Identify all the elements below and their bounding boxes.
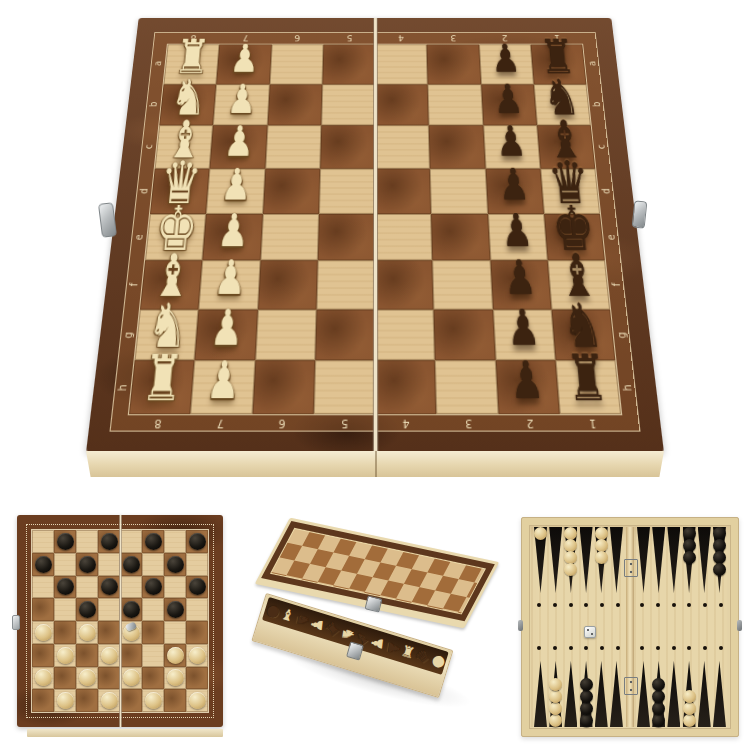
side-latch-icon — [632, 200, 648, 228]
board-base-edge — [27, 729, 223, 737]
black-checker — [189, 533, 206, 550]
checkers-square — [54, 644, 76, 667]
coordinate-label: 6 — [251, 416, 314, 430]
chess-square — [316, 260, 375, 309]
chess-square — [313, 361, 375, 415]
checkers-square — [54, 667, 76, 690]
black-pawn-piece: ♟ — [500, 208, 534, 253]
coordinate-label: 8 — [167, 33, 220, 43]
checkers-square — [164, 689, 186, 712]
black-stone — [652, 690, 665, 703]
checkers-square — [76, 553, 98, 576]
checkers-square — [164, 530, 186, 553]
checkers-square — [142, 553, 164, 576]
chess-square: ♟ — [195, 309, 258, 360]
chess-square: ♟ — [210, 126, 267, 169]
backgammon-point — [549, 647, 562, 727]
die-icon — [584, 626, 596, 638]
chess-square — [260, 214, 319, 261]
cream-checker — [35, 624, 52, 641]
view-checkers — [8, 503, 242, 750]
black-checker — [167, 556, 184, 573]
black-checker — [79, 601, 96, 618]
chess-square: ♟ — [216, 44, 271, 84]
white-pawn-piece: ♟ — [205, 354, 241, 406]
checkers-square — [164, 553, 186, 576]
checkers-board — [17, 515, 223, 727]
checkers-square — [98, 689, 120, 712]
chess-square — [375, 169, 431, 214]
black-checker — [35, 556, 52, 573]
chess-square — [265, 126, 321, 169]
checkers-square — [120, 530, 142, 553]
checkers-square — [54, 576, 76, 599]
checkers-square — [32, 530, 54, 553]
coordinate-label: 6 — [271, 33, 323, 43]
black-pawn-piece: ♟ — [490, 40, 521, 78]
black-checker — [79, 556, 96, 573]
chess-square — [321, 84, 375, 125]
cream-stone — [683, 690, 696, 703]
chess-square — [434, 309, 495, 360]
backgammon-point — [667, 527, 680, 607]
coordinate-label: 3 — [427, 33, 479, 43]
side-latch-icon — [12, 615, 20, 630]
chess-square — [263, 169, 320, 214]
backgammon-point — [652, 647, 665, 727]
checkers-square — [32, 576, 54, 599]
backgammon-point — [652, 527, 665, 607]
cream-checker — [57, 692, 74, 709]
chess-square — [431, 214, 490, 261]
fold-seam — [375, 451, 377, 477]
checkers-square — [76, 576, 98, 599]
black-stone — [652, 678, 665, 691]
chess-square — [375, 260, 434, 309]
chess-square: ♛ — [150, 169, 210, 214]
checkers-square — [164, 644, 186, 667]
cream-checker — [123, 669, 140, 686]
side-latch-icon — [518, 620, 523, 631]
black-stone — [580, 690, 593, 703]
chess-square — [315, 309, 375, 360]
checkers-square — [32, 667, 54, 690]
checkers-square — [32, 598, 54, 621]
black-pawn-piece: ♟ — [506, 303, 541, 353]
black-pawn-piece: ♟ — [503, 254, 538, 301]
chess-square: ♜ — [164, 44, 220, 84]
cream-checker — [101, 647, 118, 664]
chess-square: ♞ — [135, 309, 199, 360]
chess-square: ♟ — [479, 44, 534, 84]
backgammon-point — [534, 647, 547, 727]
chess-square: ♝ — [155, 126, 213, 169]
chess-square: ♟ — [490, 260, 551, 309]
stored-light-checker-icon: ● — [430, 654, 446, 669]
coordinate-label: 1 — [530, 33, 583, 43]
checkers-square — [120, 576, 142, 599]
black-checker — [101, 578, 118, 595]
chess-square: ♟ — [190, 361, 254, 415]
chess-square — [428, 84, 483, 125]
checkers-square — [32, 689, 54, 712]
cream-checker — [167, 669, 184, 686]
side-latch-icon — [737, 620, 742, 631]
checkers-square — [32, 553, 54, 576]
white-pawn-piece: ♟ — [209, 303, 244, 353]
checkers-square — [142, 598, 164, 621]
black-pawn-piece: ♟ — [509, 354, 545, 406]
chess-square: ♚ — [544, 214, 605, 261]
checkers-square — [164, 598, 186, 621]
coordinate-label: 4 — [375, 416, 437, 430]
coordinate-label: 7 — [219, 33, 272, 43]
cream-stone — [549, 690, 562, 703]
checkers-square — [98, 621, 120, 644]
cream-stone — [595, 551, 608, 564]
checkers-square — [98, 667, 120, 690]
checkers-square — [120, 644, 142, 667]
hinge-icon — [624, 677, 638, 695]
chess-square: ♟ — [203, 214, 263, 261]
chess-square — [375, 214, 432, 261]
backgammon-point — [637, 527, 650, 607]
checkers-square — [76, 598, 98, 621]
backgammon-point — [667, 647, 680, 727]
chess-square: ♟ — [485, 169, 544, 214]
white-pawn-piece: ♟ — [213, 254, 248, 301]
chess-square — [375, 126, 430, 169]
chess-square — [255, 309, 316, 360]
checkers-square — [120, 667, 142, 690]
checkers-square — [186, 689, 208, 712]
coordinate-label: 4 — [375, 33, 427, 43]
checkers-square — [142, 644, 164, 667]
black-stone — [580, 714, 593, 727]
checkers-square — [186, 598, 208, 621]
backgammon-point — [564, 527, 577, 607]
chess-square: ♚ — [145, 214, 206, 261]
white-pawn-piece: ♟ — [216, 208, 250, 253]
checkers-square — [76, 621, 98, 644]
checkers-square — [186, 576, 208, 599]
chess-square — [252, 361, 315, 415]
chess-square — [322, 44, 375, 84]
chess-square — [375, 84, 429, 125]
black-stone — [580, 702, 593, 715]
chess-square: ♟ — [206, 169, 265, 214]
chess-board: 87654321 87654321 abcdefgh abcdefgh ♜♟♟♜… — [86, 18, 664, 453]
cream-stone — [534, 527, 547, 540]
chess-square — [375, 309, 435, 360]
chess-square — [318, 214, 375, 261]
checkers-square — [98, 598, 120, 621]
chess-square: ♞ — [534, 84, 591, 125]
chess-square — [427, 44, 481, 84]
black-checker — [123, 556, 140, 573]
chess-square: ♜ — [129, 361, 195, 415]
cream-checker — [189, 692, 206, 709]
cream-stone — [683, 702, 696, 715]
checkers-square — [76, 689, 98, 712]
checkers-square — [142, 530, 164, 553]
center-hinge-strip — [626, 527, 634, 727]
checkers-square — [164, 621, 186, 644]
cream-checker — [189, 647, 206, 664]
chess-square: ♞ — [551, 309, 615, 360]
black-checker — [57, 533, 74, 550]
chess-square: ♝ — [140, 260, 203, 309]
coordinate-label: 5 — [313, 416, 375, 430]
hinge-icon — [624, 559, 638, 577]
chess-square: ♞ — [159, 84, 216, 125]
stored-dark-pawn-icon: ♟ — [384, 640, 401, 656]
cream-stone — [683, 714, 696, 727]
black-pawn-piece: ♟ — [495, 120, 527, 162]
checkers-square — [186, 667, 208, 690]
checkers-square — [32, 621, 54, 644]
chess-square — [430, 169, 487, 214]
backgammon-point — [683, 527, 696, 607]
cream-checker — [35, 669, 52, 686]
cream-checker — [79, 624, 96, 641]
backgammon-point — [698, 647, 711, 727]
black-checker — [145, 533, 162, 550]
view-backgammon — [503, 503, 750, 750]
product-collage: 87654321 87654321 abcdefgh abcdefgh ♜♟♟♜… — [0, 0, 750, 750]
fold-seam — [373, 18, 379, 453]
black-checker — [189, 578, 206, 595]
backgammon-point — [564, 647, 577, 727]
checkers-square — [186, 530, 208, 553]
black-pawn-piece: ♟ — [497, 163, 530, 206]
checkers-square — [98, 576, 120, 599]
backgammon-point — [580, 647, 593, 727]
black-stone — [580, 678, 593, 691]
chess-square — [267, 84, 322, 125]
backgammon-point — [595, 527, 608, 607]
view-chess-open: 87654321 87654321 abcdefgh abcdefgh ♜♟♟♜… — [0, 0, 750, 502]
coordinate-label: 8 — [126, 416, 189, 430]
chess-square — [432, 260, 492, 309]
checkers-square — [186, 621, 208, 644]
black-checker — [57, 578, 74, 595]
white-pawn-piece: ♟ — [229, 40, 260, 78]
backgammon-point — [610, 527, 623, 607]
white-pawn-piece: ♟ — [223, 120, 255, 162]
white-pawn-piece: ♟ — [220, 163, 253, 206]
black-checker — [123, 601, 140, 618]
checkers-square — [142, 689, 164, 712]
coordinate-label: 1 — [561, 416, 624, 430]
black-pawn-piece: ♟ — [493, 79, 524, 119]
backgammon-point — [580, 527, 593, 607]
checkers-square — [76, 667, 98, 690]
side-latch-icon — [98, 202, 117, 238]
cream-checker — [145, 692, 162, 709]
black-stone — [683, 551, 696, 564]
chess-square: ♟ — [213, 84, 269, 125]
cream-checker — [57, 647, 74, 664]
checkers-square — [98, 553, 120, 576]
checkers-square — [186, 644, 208, 667]
chess-square: ♟ — [495, 361, 559, 415]
backgammon-point — [713, 527, 726, 607]
chess-square — [429, 126, 485, 169]
cream-stone — [564, 563, 577, 576]
checkers-square — [120, 598, 142, 621]
white-pawn-piece: ♟ — [226, 79, 257, 119]
coordinate-label: 3 — [437, 416, 500, 430]
backgammon-point — [713, 647, 726, 727]
chess-square: ♟ — [481, 84, 537, 125]
checkers-square — [98, 530, 120, 553]
backgammon-point — [534, 527, 547, 607]
backgammon-right-half — [634, 527, 729, 727]
backgammon-point — [637, 647, 650, 727]
backgammon-point — [683, 647, 696, 727]
checkers-square — [120, 689, 142, 712]
backgammon-point — [610, 647, 623, 727]
chess-square: ♟ — [483, 126, 540, 169]
checkers-square — [164, 667, 186, 690]
chess-square — [435, 361, 498, 415]
checkers-square — [54, 689, 76, 712]
checkers-square — [32, 644, 54, 667]
coordinate-label: 7 — [188, 416, 251, 430]
chess-square: ♝ — [537, 126, 595, 169]
backgammon-board — [521, 517, 739, 737]
checkers-square — [54, 621, 76, 644]
black-checker — [167, 601, 184, 618]
chess-square — [375, 361, 437, 415]
view-folded-box: ●♝♞♟♜♞♝♟♟♜♛● — [250, 503, 500, 750]
backgammon-point — [698, 527, 711, 607]
checkers-square — [76, 530, 98, 553]
chess-square — [257, 260, 317, 309]
chess-square — [375, 44, 428, 84]
coordinate-label: 2 — [478, 33, 531, 43]
cream-stone — [549, 678, 562, 691]
checkers-square — [164, 576, 186, 599]
chess-square: ♟ — [493, 309, 556, 360]
chess-square: ♟ — [488, 214, 548, 261]
checkers-square — [76, 644, 98, 667]
chess-square — [269, 44, 323, 84]
chess-square — [319, 169, 375, 214]
chess-square: ♛ — [540, 169, 600, 214]
black-stone — [713, 563, 726, 576]
checkers-square — [120, 553, 142, 576]
fold-seam — [119, 515, 122, 727]
chess-square: ♜ — [555, 361, 621, 415]
coordinate-label: 2 — [499, 416, 562, 430]
chess-square: ♜ — [530, 44, 586, 84]
black-checker — [101, 533, 118, 550]
cream-checker — [79, 669, 96, 686]
checkers-square — [54, 553, 76, 576]
checkers-square — [142, 667, 164, 690]
cream-checker — [167, 647, 184, 664]
checkers-square — [142, 576, 164, 599]
backgammon-point — [549, 527, 562, 607]
chess-square: ♟ — [199, 260, 260, 309]
checkers-square — [54, 530, 76, 553]
coordinate-label: 5 — [323, 33, 375, 43]
black-checker — [145, 578, 162, 595]
board-base-edge — [86, 451, 664, 477]
chess-square: ♝ — [547, 260, 610, 309]
backgammon-left-half — [531, 527, 626, 727]
checkers-square — [186, 553, 208, 576]
checkers-square — [54, 598, 76, 621]
checkers-square — [142, 621, 164, 644]
cream-checker — [101, 692, 118, 709]
chess-square — [320, 126, 375, 169]
backgammon-point — [595, 647, 608, 727]
checkers-square — [98, 644, 120, 667]
